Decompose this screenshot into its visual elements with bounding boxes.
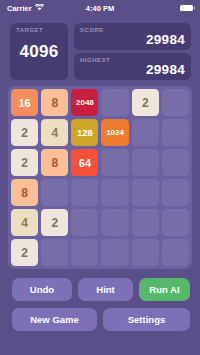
empty-cell-r6c6 (162, 239, 189, 266)
empty-cell-r5c6 (162, 209, 189, 236)
tile-16-r1c1: 16 (11, 89, 38, 116)
empty-cell-r3c4 (101, 149, 128, 176)
empty-cell-r1c4 (101, 89, 128, 116)
undo-button[interactable]: Undo (12, 278, 72, 301)
empty-cell-r5c5 (132, 209, 159, 236)
tile-2-r5c2: 2 (41, 209, 68, 236)
score-panels: TARGET 4096 SCORE 29984 HIGHEST 29984 (10, 23, 191, 80)
tile-2048-r1c3: 2048 (71, 89, 98, 116)
empty-cell-r4c6 (162, 179, 189, 206)
empty-cell-r3c6 (162, 149, 189, 176)
empty-cell-r6c5 (132, 239, 159, 266)
menu-buttons: New Game Settings (12, 308, 190, 331)
tile-2-r1c5: 2 (132, 89, 159, 116)
empty-cell-r2c5 (132, 119, 159, 146)
empty-cell-r4c2 (41, 179, 68, 206)
hint-button[interactable]: Hint (78, 278, 133, 301)
tile-2-r3c1: 2 (11, 149, 38, 176)
run-ai-button[interactable]: Run AI (139, 278, 190, 301)
tile-2-r6c1: 2 (11, 239, 38, 266)
empty-cell-r4c3 (71, 179, 98, 206)
battery-icon (180, 5, 193, 11)
action-buttons: Undo Hint Run AI (12, 278, 190, 301)
empty-cell-r6c4 (101, 239, 128, 266)
status-bar: Carrier 4:40 PM (0, 0, 200, 16)
empty-cell-r5c4 (101, 209, 128, 236)
score-panel: SCORE 29984 (74, 23, 191, 50)
game-board[interactable]: 1682048224128102428648422 (8, 86, 192, 269)
empty-cell-r4c5 (132, 179, 159, 206)
tile-4-r5c1: 4 (11, 209, 38, 236)
score-value: 29984 (80, 32, 185, 47)
settings-button[interactable]: Settings (103, 308, 190, 331)
empty-cell-r2c6 (162, 119, 189, 146)
tile-128-r2c3: 128 (71, 119, 98, 146)
empty-cell-r4c4 (101, 179, 128, 206)
empty-cell-r6c3 (71, 239, 98, 266)
target-panel: TARGET 4096 (10, 23, 68, 80)
tile-8-r1c2: 8 (41, 89, 68, 116)
empty-cell-r5c3 (71, 209, 98, 236)
highest-panel: HIGHEST 29984 (74, 53, 191, 80)
empty-cell-r1c6 (162, 89, 189, 116)
tile-8-r4c1: 8 (11, 179, 38, 206)
tile-1024-r2c4: 1024 (101, 119, 128, 146)
empty-cell-r3c5 (132, 149, 159, 176)
empty-cell-r6c2 (41, 239, 68, 266)
target-value: 4096 (16, 42, 62, 62)
tile-2-r2c1: 2 (11, 119, 38, 146)
highest-value: 29984 (80, 62, 185, 77)
new-game-button[interactable]: New Game (12, 308, 97, 331)
tile-64-r3c3: 64 (71, 149, 98, 176)
tile-4-r2c2: 4 (41, 119, 68, 146)
target-label: TARGET (16, 27, 62, 33)
tile-8-r3c2: 8 (41, 149, 68, 176)
clock: 4:40 PM (0, 4, 200, 13)
